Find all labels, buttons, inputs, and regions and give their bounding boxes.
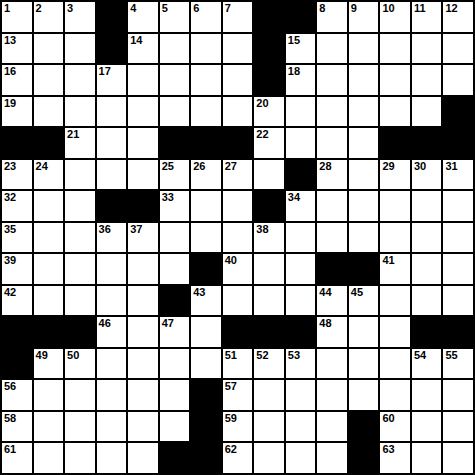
white-cell-r15c15[interactable]: [443, 443, 473, 473]
black-cell-r1c4: [97, 2, 127, 32]
white-cell-r6c9[interactable]: [254, 160, 284, 190]
white-cell-r11c6[interactable]: 47: [160, 317, 190, 347]
crossword-grid: 1234567891011121314151617181920212223242…: [0, 0, 475, 475]
white-cell-r9c13[interactable]: 41: [380, 254, 410, 284]
white-cell-r1c11[interactable]: 8: [317, 2, 347, 32]
white-cell-r5c9[interactable]: 22: [254, 128, 284, 158]
white-cell-r2c11[interactable]: [317, 34, 347, 64]
white-cell-r15c2[interactable]: [34, 443, 64, 473]
white-cell-r5c10[interactable]: [286, 128, 316, 158]
white-cell-r9c14[interactable]: [412, 254, 442, 284]
black-cell-r7c4: [97, 191, 127, 221]
white-cell-r10c1[interactable]: 42: [2, 286, 32, 316]
black-cell-r2c4: [97, 34, 127, 64]
clue-number-15: 15: [288, 34, 300, 47]
white-cell-r4c7[interactable]: [191, 97, 221, 127]
white-cell-r15c3[interactable]: [65, 443, 95, 473]
black-cell-r9c7: [191, 254, 221, 284]
white-cell-r7c6[interactable]: 33: [160, 191, 190, 221]
black-cell-r7c9: [254, 191, 284, 221]
black-cell-r5c15: [443, 128, 473, 158]
clue-number-61: 61: [4, 443, 16, 456]
white-cell-r9c8[interactable]: 40: [223, 254, 253, 284]
clue-number-36: 36: [99, 223, 111, 236]
clue-number-55: 55: [445, 349, 457, 362]
black-cell-r5c8: [223, 128, 253, 158]
black-cell-r1c10: [286, 2, 316, 32]
clue-number-20: 20: [256, 97, 268, 110]
white-cell-r8c15[interactable]: [443, 223, 473, 253]
white-cell-r7c15[interactable]: [443, 191, 473, 221]
clue-number-30: 30: [414, 160, 426, 173]
white-cell-r2c6[interactable]: [160, 34, 190, 64]
white-cell-r6c5[interactable]: [128, 160, 158, 190]
clue-number-29: 29: [382, 160, 394, 173]
white-cell-r8c9[interactable]: 38: [254, 223, 284, 253]
clue-number-12: 12: [445, 2, 457, 15]
black-cell-r11c10: [286, 317, 316, 347]
white-cell-r10c15[interactable]: [443, 286, 473, 316]
black-cell-r3c9: [254, 65, 284, 95]
white-cell-r10c13[interactable]: [380, 286, 410, 316]
white-cell-r15c14[interactable]: [412, 443, 442, 473]
clue-number-14: 14: [130, 34, 142, 47]
white-cell-r14c9[interactable]: [254, 412, 284, 442]
clue-number-59: 59: [225, 412, 237, 425]
white-cell-r6c1[interactable]: 23: [2, 160, 32, 190]
white-cell-r8c8[interactable]: [223, 223, 253, 253]
white-cell-r7c10[interactable]: 34: [286, 191, 316, 221]
white-cell-r2c8[interactable]: [223, 34, 253, 64]
white-cell-r9c3[interactable]: [65, 254, 95, 284]
black-cell-r5c7: [191, 128, 221, 158]
white-cell-r12c7[interactable]: [191, 349, 221, 379]
white-cell-r14c3[interactable]: [65, 412, 95, 442]
black-cell-r5c2: [34, 128, 64, 158]
white-cell-r13c13[interactable]: [380, 380, 410, 410]
white-cell-r12c2[interactable]: 49: [34, 349, 64, 379]
black-cell-r5c14: [412, 128, 442, 158]
black-cell-r12c1: [2, 349, 32, 379]
white-cell-r14c15[interactable]: [443, 412, 473, 442]
black-cell-r9c12: [349, 254, 379, 284]
white-cell-r14c1[interactable]: 58: [2, 412, 32, 442]
white-cell-r9c4[interactable]: [97, 254, 127, 284]
white-cell-r6c2[interactable]: 24: [34, 160, 64, 190]
white-cell-r1c14[interactable]: 11: [412, 2, 442, 32]
white-cell-r13c9[interactable]: [254, 380, 284, 410]
white-cell-r14c14[interactable]: [412, 412, 442, 442]
white-cell-r3c15[interactable]: [443, 65, 473, 95]
white-cell-r6c14[interactable]: 30: [412, 160, 442, 190]
black-cell-r6c10: [286, 160, 316, 190]
white-cell-r13c8[interactable]: 57: [223, 380, 253, 410]
white-cell-r10c9[interactable]: [254, 286, 284, 316]
white-cell-r1c7[interactable]: 6: [191, 2, 221, 32]
white-cell-r3c14[interactable]: [412, 65, 442, 95]
white-cell-r3c13[interactable]: [380, 65, 410, 95]
white-cell-r2c5[interactable]: 14: [128, 34, 158, 64]
clue-number-23: 23: [4, 160, 16, 173]
white-cell-r7c3[interactable]: [65, 191, 95, 221]
white-cell-r10c10[interactable]: [286, 286, 316, 316]
clue-number-45: 45: [351, 286, 363, 299]
white-cell-r5c11[interactable]: [317, 128, 347, 158]
white-cell-r4c5[interactable]: [128, 97, 158, 127]
clue-number-63: 63: [382, 443, 394, 456]
black-cell-r11c1: [2, 317, 32, 347]
white-cell-r10c5[interactable]: [128, 286, 158, 316]
clue-number-33: 33: [162, 191, 174, 204]
white-cell-r12c13[interactable]: [380, 349, 410, 379]
white-cell-r15c5[interactable]: [128, 443, 158, 473]
white-cell-r13c11[interactable]: [317, 380, 347, 410]
white-cell-r10c4[interactable]: [97, 286, 127, 316]
white-cell-r7c12[interactable]: [349, 191, 379, 221]
white-cell-r7c13[interactable]: [380, 191, 410, 221]
white-cell-r1c3[interactable]: 3: [65, 2, 95, 32]
white-cell-r14c11[interactable]: [317, 412, 347, 442]
white-cell-r11c11[interactable]: 48: [317, 317, 347, 347]
white-cell-r4c13[interactable]: [380, 97, 410, 127]
white-cell-r13c4[interactable]: [97, 380, 127, 410]
black-cell-r14c7: [191, 412, 221, 442]
white-cell-r10c14[interactable]: [412, 286, 442, 316]
white-cell-r3c10[interactable]: 18: [286, 65, 316, 95]
white-cell-r12c3[interactable]: 50: [65, 349, 95, 379]
white-cell-r3c11[interactable]: [317, 65, 347, 95]
white-cell-r1c8[interactable]: 7: [223, 2, 253, 32]
clue-number-26: 26: [193, 160, 205, 173]
white-cell-r15c4[interactable]: [97, 443, 127, 473]
white-cell-r2c15[interactable]: [443, 34, 473, 64]
white-cell-r12c11[interactable]: [317, 349, 347, 379]
white-cell-r10c8[interactable]: [223, 286, 253, 316]
white-cell-r2c10[interactable]: 15: [286, 34, 316, 64]
white-cell-r14c13[interactable]: 60: [380, 412, 410, 442]
clue-number-60: 60: [382, 412, 394, 425]
black-cell-r4c15: [443, 97, 473, 127]
white-cell-r2c12[interactable]: [349, 34, 379, 64]
clue-number-57: 57: [225, 380, 237, 393]
clue-number-8: 8: [319, 2, 325, 15]
clue-number-3: 3: [67, 2, 73, 15]
white-cell-r12c8[interactable]: 51: [223, 349, 253, 379]
white-cell-r14c2[interactable]: [34, 412, 64, 442]
white-cell-r6c7[interactable]: 26: [191, 160, 221, 190]
white-cell-r2c3[interactable]: [65, 34, 95, 64]
clue-number-13: 13: [4, 34, 16, 47]
black-cell-r15c12: [349, 443, 379, 473]
white-cell-r3c4[interactable]: 17: [97, 65, 127, 95]
white-cell-r12c5[interactable]: [128, 349, 158, 379]
white-cell-r10c3[interactable]: [65, 286, 95, 316]
white-cell-r12c4[interactable]: [97, 349, 127, 379]
clue-number-18: 18: [288, 65, 300, 78]
clue-number-16: 16: [4, 65, 16, 78]
white-cell-r6c15[interactable]: 31: [443, 160, 473, 190]
white-cell-r4c1[interactable]: 19: [2, 97, 32, 127]
white-cell-r3c3[interactable]: [65, 65, 95, 95]
white-cell-r8c3[interactable]: [65, 223, 95, 253]
black-cell-r5c1: [2, 128, 32, 158]
white-cell-r12c10[interactable]: 53: [286, 349, 316, 379]
crossword-puzzle: 1234567891011121314151617181920212223242…: [0, 0, 475, 475]
clue-number-46: 46: [99, 317, 111, 330]
clue-number-6: 6: [193, 2, 199, 15]
white-cell-r3c7[interactable]: [191, 65, 221, 95]
white-cell-r6c11[interactable]: 28: [317, 160, 347, 190]
white-cell-r5c4[interactable]: [97, 128, 127, 158]
clue-number-52: 52: [256, 349, 268, 362]
white-cell-r11c12[interactable]: [349, 317, 379, 347]
white-cell-r14c5[interactable]: [128, 412, 158, 442]
white-cell-r4c4[interactable]: [97, 97, 127, 127]
clue-number-38: 38: [256, 223, 268, 236]
black-cell-r14c12: [349, 412, 379, 442]
white-cell-r2c1[interactable]: 13: [2, 34, 32, 64]
white-cell-r15c10[interactable]: [286, 443, 316, 473]
white-cell-r8c5[interactable]: 37: [128, 223, 158, 253]
clue-number-43: 43: [193, 286, 205, 299]
clue-number-25: 25: [162, 160, 174, 173]
white-cell-r3c6[interactable]: [160, 65, 190, 95]
black-cell-r13c7: [191, 380, 221, 410]
clue-number-22: 22: [256, 128, 268, 141]
black-cell-r5c6: [160, 128, 190, 158]
black-cell-r15c6: [160, 443, 190, 473]
white-cell-r5c3[interactable]: 21: [65, 128, 95, 158]
clue-number-27: 27: [225, 160, 237, 173]
black-cell-r11c3: [65, 317, 95, 347]
white-cell-r6c4[interactable]: [97, 160, 127, 190]
white-cell-r1c13[interactable]: 10: [380, 2, 410, 32]
white-cell-r7c11[interactable]: [317, 191, 347, 221]
white-cell-r9c15[interactable]: [443, 254, 473, 284]
white-cell-r8c13[interactable]: [380, 223, 410, 253]
white-cell-r10c7[interactable]: 43: [191, 286, 221, 316]
clue-number-24: 24: [36, 160, 48, 173]
clue-number-51: 51: [225, 349, 237, 362]
clue-number-49: 49: [36, 349, 48, 362]
clue-number-47: 47: [162, 317, 174, 330]
white-cell-r13c12[interactable]: [349, 380, 379, 410]
white-cell-r12c9[interactable]: 52: [254, 349, 284, 379]
white-cell-r15c11[interactable]: [317, 443, 347, 473]
white-cell-r8c1[interactable]: 35: [2, 223, 32, 253]
white-cell-r8c7[interactable]: [191, 223, 221, 253]
white-cell-r4c2[interactable]: [34, 97, 64, 127]
black-cell-r2c9: [254, 34, 284, 64]
white-cell-r13c3[interactable]: [65, 380, 95, 410]
white-cell-r15c1[interactable]: 61: [2, 443, 32, 473]
clue-number-39: 39: [4, 254, 16, 267]
clue-number-10: 10: [382, 2, 394, 15]
white-cell-r1c12[interactable]: 9: [349, 2, 379, 32]
clue-number-35: 35: [4, 223, 16, 236]
white-cell-r2c14[interactable]: [412, 34, 442, 64]
clue-number-34: 34: [288, 191, 300, 204]
white-cell-r9c1[interactable]: 39: [2, 254, 32, 284]
white-cell-r13c15[interactable]: [443, 380, 473, 410]
white-cell-r2c7[interactable]: [191, 34, 221, 64]
white-cell-r3c1[interactable]: 16: [2, 65, 32, 95]
white-cell-r1c2[interactable]: 2: [34, 2, 64, 32]
clue-number-17: 17: [99, 65, 111, 78]
white-cell-r7c1[interactable]: 32: [2, 191, 32, 221]
clue-number-41: 41: [382, 254, 394, 267]
white-cell-r8c10[interactable]: [286, 223, 316, 253]
clue-number-21: 21: [67, 128, 79, 141]
white-cell-r12c14[interactable]: 54: [412, 349, 442, 379]
white-cell-r5c5[interactable]: [128, 128, 158, 158]
white-cell-r8c11[interactable]: [317, 223, 347, 253]
white-cell-r6c6[interactable]: 25: [160, 160, 190, 190]
white-cell-r10c11[interactable]: 44: [317, 286, 347, 316]
black-cell-r10c6: [160, 286, 190, 316]
white-cell-r4c6[interactable]: [160, 97, 190, 127]
white-cell-r7c2[interactable]: [34, 191, 64, 221]
white-cell-r4c9[interactable]: 20: [254, 97, 284, 127]
white-cell-r9c10[interactable]: [286, 254, 316, 284]
clue-number-28: 28: [319, 160, 331, 173]
white-cell-r11c5[interactable]: [128, 317, 158, 347]
clue-number-9: 9: [351, 2, 357, 15]
clue-number-62: 62: [225, 443, 237, 456]
black-cell-r11c15: [443, 317, 473, 347]
white-cell-r12c12[interactable]: [349, 349, 379, 379]
white-cell-r14c8[interactable]: 59: [223, 412, 253, 442]
clue-number-5: 5: [162, 2, 168, 15]
white-cell-r3c2[interactable]: [34, 65, 64, 95]
white-cell-r12c6[interactable]: [160, 349, 190, 379]
white-cell-r7c7[interactable]: [191, 191, 221, 221]
white-cell-r6c12[interactable]: [349, 160, 379, 190]
clue-number-1: 1: [4, 2, 10, 15]
white-cell-r11c4[interactable]: 46: [97, 317, 127, 347]
white-cell-r14c10[interactable]: [286, 412, 316, 442]
white-cell-r6c13[interactable]: 29: [380, 160, 410, 190]
clue-number-58: 58: [4, 412, 16, 425]
clue-number-40: 40: [225, 254, 237, 267]
clue-number-56: 56: [4, 380, 16, 393]
clue-number-32: 32: [4, 191, 16, 204]
white-cell-r6c8[interactable]: 27: [223, 160, 253, 190]
white-cell-r3c8[interactable]: [223, 65, 253, 95]
white-cell-r8c4[interactable]: 36: [97, 223, 127, 253]
black-cell-r15c7: [191, 443, 221, 473]
white-cell-r13c10[interactable]: [286, 380, 316, 410]
black-cell-r11c2: [34, 317, 64, 347]
white-cell-r3c12[interactable]: [349, 65, 379, 95]
white-cell-r4c11[interactable]: [317, 97, 347, 127]
white-cell-r10c12[interactable]: 45: [349, 286, 379, 316]
white-cell-r2c2[interactable]: [34, 34, 64, 64]
black-cell-r11c9: [254, 317, 284, 347]
white-cell-r9c6[interactable]: [160, 254, 190, 284]
white-cell-r4c10[interactable]: [286, 97, 316, 127]
white-cell-r4c14[interactable]: [412, 97, 442, 127]
white-cell-r7c14[interactable]: [412, 191, 442, 221]
white-cell-r9c5[interactable]: [128, 254, 158, 284]
white-cell-r9c9[interactable]: [254, 254, 284, 284]
clue-number-31: 31: [445, 160, 457, 173]
white-cell-r13c2[interactable]: [34, 380, 64, 410]
black-cell-r1c9: [254, 2, 284, 32]
clue-number-2: 2: [36, 2, 42, 15]
white-cell-r15c9[interactable]: [254, 443, 284, 473]
white-cell-r11c13[interactable]: [380, 317, 410, 347]
clue-number-50: 50: [67, 349, 79, 362]
white-cell-r13c1[interactable]: 56: [2, 380, 32, 410]
clue-number-7: 7: [225, 2, 231, 15]
white-cell-r7c8[interactable]: [223, 191, 253, 221]
white-cell-r8c6[interactable]: [160, 223, 190, 253]
white-cell-r1c1[interactable]: 1: [2, 2, 32, 32]
clue-number-44: 44: [319, 286, 331, 299]
white-cell-r2c13[interactable]: [380, 34, 410, 64]
black-cell-r9c11: [317, 254, 347, 284]
white-cell-r4c12[interactable]: [349, 97, 379, 127]
clue-number-42: 42: [4, 286, 16, 299]
white-cell-r4c3[interactable]: [65, 97, 95, 127]
white-cell-r12c15[interactable]: 55: [443, 349, 473, 379]
white-cell-r9c2[interactable]: [34, 254, 64, 284]
white-cell-r1c6[interactable]: 5: [160, 2, 190, 32]
white-cell-r8c14[interactable]: [412, 223, 442, 253]
clue-number-53: 53: [288, 349, 300, 362]
clue-number-11: 11: [414, 2, 426, 15]
white-cell-r14c4[interactable]: [97, 412, 127, 442]
white-cell-r13c5[interactable]: [128, 380, 158, 410]
white-cell-r3c5[interactable]: [128, 65, 158, 95]
white-cell-r13c6[interactable]: [160, 380, 190, 410]
clue-number-4: 4: [130, 2, 136, 15]
black-cell-r5c13: [380, 128, 410, 158]
white-cell-r4c8[interactable]: [223, 97, 253, 127]
white-cell-r13c14[interactable]: [412, 380, 442, 410]
white-cell-r5c12[interactable]: [349, 128, 379, 158]
clue-number-19: 19: [4, 97, 16, 110]
white-cell-r15c8[interactable]: 62: [223, 443, 253, 473]
white-cell-r1c5[interactable]: 4: [128, 2, 158, 32]
white-cell-r15c13[interactable]: 63: [380, 443, 410, 473]
white-cell-r1c15[interactable]: 12: [443, 2, 473, 32]
white-cell-r11c7[interactable]: [191, 317, 221, 347]
black-cell-r11c14: [412, 317, 442, 347]
white-cell-r14c6[interactable]: [160, 412, 190, 442]
clue-number-37: 37: [130, 223, 142, 236]
clue-number-54: 54: [414, 349, 426, 362]
white-cell-r10c2[interactable]: [34, 286, 64, 316]
white-cell-r8c12[interactable]: [349, 223, 379, 253]
white-cell-r6c3[interactable]: [65, 160, 95, 190]
white-cell-r8c2[interactable]: [34, 223, 64, 253]
black-cell-r7c5: [128, 191, 158, 221]
black-cell-r11c8: [223, 317, 253, 347]
clue-number-48: 48: [319, 317, 331, 330]
